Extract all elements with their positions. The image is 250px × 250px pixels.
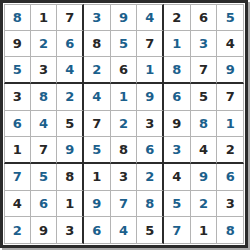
sudoku-cell[interactable]: 7 <box>191 57 218 84</box>
sudoku-cell[interactable]: 9 <box>111 4 138 31</box>
sudoku-cell[interactable]: 2 <box>31 31 58 58</box>
sudoku-cell[interactable]: 5 <box>111 31 138 58</box>
sudoku-cell[interactable]: 9 <box>84 191 111 218</box>
sudoku-cell[interactable]: 3 <box>137 111 164 138</box>
sudoku-cell[interactable]: 4 <box>111 217 138 244</box>
sudoku-cell[interactable]: 9 <box>217 57 244 84</box>
sudoku-cell[interactable]: 5 <box>191 84 218 111</box>
sudoku-cell[interactable]: 2 <box>111 111 138 138</box>
sudoku-cell[interactable]: 6 <box>137 137 164 164</box>
sudoku-cell[interactable]: 7 <box>84 111 111 138</box>
sudoku-cell[interactable]: 6 <box>31 191 58 218</box>
sudoku-cell[interactable]: 1 <box>31 4 58 31</box>
sudoku-cell[interactable]: 8 <box>217 217 244 244</box>
sudoku-cell[interactable]: 9 <box>57 137 84 164</box>
sudoku-cell[interactable]: 1 <box>57 191 84 218</box>
sudoku-cell[interactable]: 7 <box>31 137 58 164</box>
sudoku-cell[interactable]: 2 <box>57 84 84 111</box>
sudoku-cell[interactable]: 7 <box>164 217 191 244</box>
sudoku-cell[interactable]: 5 <box>137 217 164 244</box>
sudoku-cell[interactable]: 8 <box>57 164 84 191</box>
sudoku-cell[interactable]: 4 <box>84 84 111 111</box>
sudoku-cell[interactable]: 4 <box>4 191 31 218</box>
sudoku-cell[interactable]: 1 <box>84 164 111 191</box>
sudoku-cell[interactable]: 5 <box>4 57 31 84</box>
sudoku-cell[interactable]: 3 <box>31 57 58 84</box>
sudoku-cell[interactable]: 5 <box>31 164 58 191</box>
sudoku-cell[interactable]: 9 <box>191 164 218 191</box>
sudoku-cell[interactable]: 6 <box>191 4 218 31</box>
sudoku-cell[interactable]: 9 <box>4 31 31 58</box>
sudoku-board: 8173942659268571345342618793824196576457… <box>0 0 248 248</box>
sudoku-cell[interactable]: 2 <box>217 137 244 164</box>
sudoku-cell[interactable]: 9 <box>31 217 58 244</box>
sudoku-cell[interactable]: 4 <box>217 31 244 58</box>
sudoku-cell[interactable]: 8 <box>137 191 164 218</box>
sudoku-cell[interactable]: 1 <box>137 57 164 84</box>
sudoku-cell[interactable]: 6 <box>57 31 84 58</box>
sudoku-cell[interactable]: 3 <box>191 31 218 58</box>
sudoku-cell[interactable]: 2 <box>4 217 31 244</box>
sudoku-cell[interactable]: 4 <box>31 111 58 138</box>
sudoku-cell[interactable]: 3 <box>111 164 138 191</box>
sudoku-cell[interactable]: 3 <box>164 137 191 164</box>
sudoku-cell[interactable]: 6 <box>217 164 244 191</box>
sudoku-cell[interactable]: 5 <box>84 137 111 164</box>
sudoku-cell[interactable]: 5 <box>57 111 84 138</box>
sudoku-cell[interactable]: 3 <box>217 191 244 218</box>
sudoku-cell[interactable]: 1 <box>164 31 191 58</box>
sudoku-cell[interactable]: 7 <box>137 31 164 58</box>
sudoku-cell[interactable]: 7 <box>217 84 244 111</box>
sudoku-cell[interactable]: 5 <box>164 191 191 218</box>
sudoku-cell[interactable]: 4 <box>191 137 218 164</box>
sudoku-cell[interactable]: 1 <box>4 137 31 164</box>
sudoku-cell[interactable]: 8 <box>111 137 138 164</box>
sudoku-cell[interactable]: 8 <box>164 57 191 84</box>
sudoku-cell[interactable]: 6 <box>111 57 138 84</box>
sudoku-grid: 8173942659268571345342618793824196576457… <box>4 4 244 244</box>
sudoku-cell[interactable]: 8 <box>31 84 58 111</box>
sudoku-cell[interactable]: 4 <box>57 57 84 84</box>
sudoku-cell[interactable]: 1 <box>191 217 218 244</box>
sudoku-cell[interactable]: 3 <box>57 217 84 244</box>
sudoku-cell[interactable]: 2 <box>84 57 111 84</box>
sudoku-cell[interactable]: 1 <box>217 111 244 138</box>
sudoku-cell[interactable]: 9 <box>137 84 164 111</box>
sudoku-cell[interactable]: 2 <box>191 191 218 218</box>
sudoku-cell[interactable]: 8 <box>191 111 218 138</box>
sudoku-cell[interactable]: 1 <box>111 84 138 111</box>
sudoku-cell[interactable]: 6 <box>4 111 31 138</box>
sudoku-cell[interactable]: 3 <box>4 84 31 111</box>
sudoku-cell[interactable]: 4 <box>137 4 164 31</box>
sudoku-cell[interactable]: 7 <box>4 164 31 191</box>
sudoku-cell[interactable]: 8 <box>84 31 111 58</box>
sudoku-cell[interactable]: 3 <box>84 4 111 31</box>
sudoku-cell[interactable]: 7 <box>57 4 84 31</box>
sudoku-cell[interactable]: 4 <box>164 164 191 191</box>
sudoku-cell[interactable]: 2 <box>137 164 164 191</box>
sudoku-cell[interactable]: 8 <box>4 4 31 31</box>
sudoku-cell[interactable]: 6 <box>84 217 111 244</box>
sudoku-cell[interactable]: 6 <box>164 84 191 111</box>
sudoku-cell[interactable]: 9 <box>164 111 191 138</box>
sudoku-cell[interactable]: 2 <box>164 4 191 31</box>
sudoku-cell[interactable]: 7 <box>111 191 138 218</box>
sudoku-cell[interactable]: 5 <box>217 4 244 31</box>
